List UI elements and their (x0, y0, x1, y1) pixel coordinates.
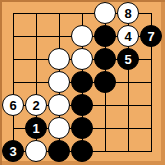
white-stone-move-8[interactable]: 8 (117, 2, 139, 24)
white-stone[interactable] (48, 117, 70, 139)
white-stone-move-2[interactable]: 2 (25, 94, 47, 116)
white-stone[interactable] (25, 140, 47, 162)
white-stone-move-6[interactable]: 6 (2, 94, 24, 116)
black-stone[interactable] (48, 140, 70, 162)
black-stone[interactable] (71, 94, 93, 116)
black-stone[interactable] (94, 25, 116, 47)
stone-layer: 84756213 (2, 2, 163, 163)
black-stone-move-5[interactable]: 5 (117, 48, 139, 70)
white-stone[interactable] (48, 71, 70, 93)
black-stone[interactable] (71, 117, 93, 139)
white-stone[interactable] (94, 2, 116, 24)
white-stone[interactable] (71, 48, 93, 70)
white-stone[interactable] (71, 25, 93, 47)
go-board[interactable]: 84756213 (0, 0, 165, 165)
black-stone[interactable] (94, 71, 116, 93)
black-stone[interactable] (94, 48, 116, 70)
black-stone[interactable] (71, 71, 93, 93)
black-stone-move-3[interactable]: 3 (2, 140, 24, 162)
black-stone-move-7[interactable]: 7 (140, 25, 162, 47)
white-stone-move-4[interactable]: 4 (117, 25, 139, 47)
black-stone[interactable] (71, 140, 93, 162)
white-stone[interactable] (48, 48, 70, 70)
black-stone-move-1[interactable]: 1 (25, 117, 47, 139)
white-stone[interactable] (48, 94, 70, 116)
